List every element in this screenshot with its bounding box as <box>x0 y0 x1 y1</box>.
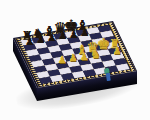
piece-white-pawn-c3[interactable]: ♟ <box>53 55 71 65</box>
piece-black-pawn-a7[interactable]: ♟ <box>21 37 39 47</box>
chess-set-photo: ♜♞♝♛♚♝♟♟♟♟♟♟♝♛♚♜♟♟♟♞♟ <box>0 0 150 120</box>
piece-white-pawn-h3[interactable]: ♟ <box>108 46 126 56</box>
clasp-latch <box>106 73 111 81</box>
